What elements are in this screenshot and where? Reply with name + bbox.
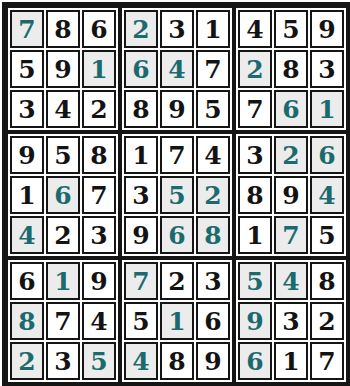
cell-r9c7[interactable]: 6: [238, 342, 272, 380]
cell-r7c5[interactable]: 2: [160, 262, 194, 300]
cell-r9c1[interactable]: 2: [10, 342, 44, 380]
cell-r3c1[interactable]: 3: [10, 90, 44, 128]
cell-r1c6[interactable]: 1: [196, 10, 230, 48]
cell-r2c8[interactable]: 8: [274, 50, 308, 88]
sudoku-box-9: 548932617: [234, 258, 348, 384]
cell-r2c6[interactable]: 7: [196, 50, 230, 88]
cell-r9c4[interactable]: 4: [124, 342, 158, 380]
sudoku-box-3: 459283761: [234, 6, 348, 132]
sudoku-box-6: 326894175: [234, 132, 348, 258]
cell-r1c3[interactable]: 6: [82, 10, 116, 48]
cell-r7c1[interactable]: 6: [10, 262, 44, 300]
cell-r8c3[interactable]: 4: [82, 302, 116, 340]
cell-r9c9[interactable]: 7: [310, 342, 344, 380]
cell-r4c5[interactable]: 7: [160, 136, 194, 174]
cell-r4c9[interactable]: 6: [310, 136, 344, 174]
cell-r6c2[interactable]: 2: [46, 216, 80, 254]
cell-r2c2[interactable]: 9: [46, 50, 80, 88]
cell-r2c5[interactable]: 4: [160, 50, 194, 88]
cell-r5c4[interactable]: 3: [124, 176, 158, 214]
cell-r4c1[interactable]: 9: [10, 136, 44, 174]
cell-r5c2[interactable]: 6: [46, 176, 80, 214]
cell-r5c1[interactable]: 1: [10, 176, 44, 214]
cell-r3c5[interactable]: 9: [160, 90, 194, 128]
sudoku-box-4: 958167423: [6, 132, 120, 258]
cell-r8c5[interactable]: 1: [160, 302, 194, 340]
cell-r2c9[interactable]: 3: [310, 50, 344, 88]
sudoku-box-2: 231647895: [120, 6, 234, 132]
cell-r8c6[interactable]: 6: [196, 302, 230, 340]
cell-r5c5[interactable]: 5: [160, 176, 194, 214]
cell-r8c8[interactable]: 3: [274, 302, 308, 340]
cell-r5c3[interactable]: 7: [82, 176, 116, 214]
cell-r7c7[interactable]: 5: [238, 262, 272, 300]
cell-r6c8[interactable]: 7: [274, 216, 308, 254]
cell-r4c8[interactable]: 2: [274, 136, 308, 174]
cell-r1c1[interactable]: 7: [10, 10, 44, 48]
cell-r4c3[interactable]: 8: [82, 136, 116, 174]
cell-r8c4[interactable]: 5: [124, 302, 158, 340]
cell-r5c9[interactable]: 4: [310, 176, 344, 214]
sudoku-box-1: 786591342: [6, 6, 120, 132]
cell-r8c2[interactable]: 7: [46, 302, 80, 340]
cell-r6c5[interactable]: 6: [160, 216, 194, 254]
cell-r8c9[interactable]: 2: [310, 302, 344, 340]
cell-r6c4[interactable]: 9: [124, 216, 158, 254]
cell-r2c4[interactable]: 6: [124, 50, 158, 88]
cell-r3c3[interactable]: 2: [82, 90, 116, 128]
sudoku-box-grid: 7865913422316478954592837619581674231743…: [6, 6, 348, 384]
cell-r9c2[interactable]: 3: [46, 342, 80, 380]
cell-r1c7[interactable]: 4: [238, 10, 272, 48]
sudoku-box-5: 174352968: [120, 132, 234, 258]
sudoku-box-7: 619874235: [6, 258, 120, 384]
cell-r1c9[interactable]: 9: [310, 10, 344, 48]
sudoku-box-8: 723516489: [120, 258, 234, 384]
cell-r1c8[interactable]: 5: [274, 10, 308, 48]
cell-r1c2[interactable]: 8: [46, 10, 80, 48]
cell-r6c7[interactable]: 1: [238, 216, 272, 254]
cell-r3c7[interactable]: 7: [238, 90, 272, 128]
cell-r3c2[interactable]: 4: [46, 90, 80, 128]
cell-r6c6[interactable]: 8: [196, 216, 230, 254]
cell-r7c4[interactable]: 7: [124, 262, 158, 300]
cell-r1c5[interactable]: 3: [160, 10, 194, 48]
cell-r3c4[interactable]: 8: [124, 90, 158, 128]
cell-r3c9[interactable]: 1: [310, 90, 344, 128]
cell-r5c6[interactable]: 2: [196, 176, 230, 214]
cell-r4c6[interactable]: 4: [196, 136, 230, 174]
cell-r9c8[interactable]: 1: [274, 342, 308, 380]
cell-r4c2[interactable]: 5: [46, 136, 80, 174]
cell-r3c6[interactable]: 5: [196, 90, 230, 128]
cell-r9c5[interactable]: 8: [160, 342, 194, 380]
cell-r8c7[interactable]: 9: [238, 302, 272, 340]
cell-r5c7[interactable]: 8: [238, 176, 272, 214]
cell-r7c8[interactable]: 4: [274, 262, 308, 300]
cell-r4c4[interactable]: 1: [124, 136, 158, 174]
cell-r7c6[interactable]: 3: [196, 262, 230, 300]
cell-r2c1[interactable]: 5: [10, 50, 44, 88]
cell-r7c2[interactable]: 1: [46, 262, 80, 300]
cell-r3c8[interactable]: 6: [274, 90, 308, 128]
cell-r2c7[interactable]: 2: [238, 50, 272, 88]
cell-r1c4[interactable]: 2: [124, 10, 158, 48]
cell-r8c1[interactable]: 8: [10, 302, 44, 340]
cell-r6c3[interactable]: 3: [82, 216, 116, 254]
cell-r7c9[interactable]: 8: [310, 262, 344, 300]
cell-r6c1[interactable]: 4: [10, 216, 44, 254]
cell-r6c9[interactable]: 5: [310, 216, 344, 254]
cell-r7c3[interactable]: 9: [82, 262, 116, 300]
cell-r5c8[interactable]: 9: [274, 176, 308, 214]
cell-r9c3[interactable]: 5: [82, 342, 116, 380]
cell-r2c3[interactable]: 1: [82, 50, 116, 88]
cell-r4c7[interactable]: 3: [238, 136, 272, 174]
sudoku-board: 7865913422316478954592837619581674231743…: [2, 2, 350, 386]
cell-r9c6[interactable]: 9: [196, 342, 230, 380]
